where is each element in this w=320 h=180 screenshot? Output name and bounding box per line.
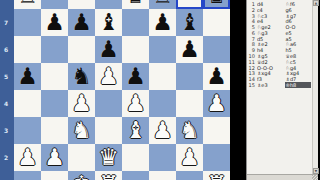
piece-black-pawn: ♟ (41, 9, 68, 36)
square-h8[interactable]: ♚ (203, 0, 230, 9)
piece-white-pawn: ♟ (122, 90, 149, 117)
square-d8[interactable] (95, 0, 122, 9)
piece-black-bishop: ♝ (95, 9, 122, 36)
vertical-scrollbar[interactable]: ▲ ▼ (312, 0, 318, 174)
square-f3[interactable]: ♟ (149, 117, 176, 144)
notation-panel: 1d4♘f62c4g63♘c3♗g74e4d65♘ge2O-O6♘g3e57d5… (246, 0, 318, 180)
square-h2[interactable] (203, 144, 230, 171)
square-c3[interactable]: ♞ (68, 117, 95, 144)
square-g1[interactable] (176, 171, 203, 180)
square-g2[interactable]: ♟ (176, 144, 203, 171)
white-move[interactable]: ♗e3 (257, 82, 286, 88)
piece-black-rook: ♜ (149, 0, 176, 9)
piece-black-pawn: ♟ (203, 63, 230, 90)
piece-black-bishop: ♝ (176, 9, 203, 36)
square-f1[interactable] (149, 171, 176, 180)
piece-white-rook: ♜ (203, 171, 230, 180)
scroll-up-icon[interactable]: ▲ (313, 0, 319, 6)
square-b4[interactable] (41, 90, 68, 117)
piece-white-knight: ♞ (68, 117, 95, 144)
piece-black-pawn: ♟ (122, 63, 149, 90)
piece-black-pawn: ♟ (176, 36, 203, 63)
chess-board: 87654321 ♜♛♜♚♟♟♝♟♝♟♟♟♞♟♟♟♟♟♟♞♝♟♞♟♟♛♟♚♜♜ (0, 0, 232, 180)
square-f8[interactable]: ♜ (149, 0, 176, 9)
move-number: 15 (247, 82, 257, 88)
square-b6[interactable] (41, 36, 68, 63)
square-g3[interactable]: ♞ (176, 117, 203, 144)
square-c6[interactable] (68, 36, 95, 63)
square-g7[interactable]: ♝ (176, 9, 203, 36)
piece-black-pawn: ♟ (95, 36, 122, 63)
square-a5[interactable]: ♟ (14, 63, 41, 90)
square-h4[interactable]: ♟ (203, 90, 230, 117)
piece-white-pawn: ♟ (14, 144, 41, 171)
square-g5[interactable] (176, 63, 203, 90)
square-a2[interactable]: ♟ (14, 144, 41, 171)
square-c2[interactable] (68, 144, 95, 171)
square-e4[interactable]: ♟ (122, 90, 149, 117)
move-row: 15♗e3♔h8 (247, 82, 311, 88)
resize-grip[interactable] (312, 175, 318, 180)
square-e1[interactable] (122, 171, 149, 180)
piece-black-pawn: ♟ (14, 63, 41, 90)
rank-label: 5 (0, 73, 12, 80)
square-a7[interactable] (14, 9, 41, 36)
piece-white-pawn: ♟ (68, 90, 95, 117)
rank-label: 6 (0, 46, 12, 53)
piece-white-pawn: ♟ (95, 63, 122, 90)
piece-white-pawn: ♟ (203, 90, 230, 117)
piece-white-pawn: ♟ (149, 117, 176, 144)
square-f7[interactable]: ♟ (149, 9, 176, 36)
piece-black-knight: ♞ (68, 63, 95, 90)
square-e6[interactable] (122, 36, 149, 63)
square-d7[interactable]: ♝ (95, 9, 122, 36)
move-list: 1d4♘f62c4g63♘c3♗g74e4d65♘ge2O-O6♘g3e57d5… (247, 1, 311, 88)
square-c8[interactable] (68, 0, 95, 9)
square-a4[interactable] (14, 90, 41, 117)
piece-black-queen: ♛ (122, 0, 149, 9)
square-h6[interactable] (203, 36, 230, 63)
piece-white-bishop: ♝ (122, 117, 149, 144)
square-d4[interactable] (95, 90, 122, 117)
square-c1[interactable]: ♚ (68, 171, 95, 180)
square-h5[interactable]: ♟ (203, 63, 230, 90)
panel-bottom-bar (247, 174, 318, 180)
square-b7[interactable]: ♟ (41, 9, 68, 36)
rank-label: 2 (0, 154, 12, 161)
square-c5[interactable]: ♞ (68, 63, 95, 90)
square-h7[interactable] (203, 9, 230, 36)
rank-label: 3 (0, 127, 12, 134)
square-d2[interactable]: ♛ (95, 144, 122, 171)
square-e5[interactable]: ♟ (122, 63, 149, 90)
square-a6[interactable] (14, 36, 41, 63)
square-a8[interactable]: ♜ (14, 0, 41, 9)
piece-black-king: ♚ (203, 0, 230, 9)
square-a1[interactable] (14, 171, 41, 180)
square-a3[interactable] (14, 117, 41, 144)
square-h3[interactable] (203, 117, 230, 144)
piece-white-pawn: ♟ (176, 144, 203, 171)
square-e8[interactable]: ♛ (122, 0, 149, 9)
square-e3[interactable]: ♝ (122, 117, 149, 144)
square-f4[interactable] (149, 90, 176, 117)
piece-black-rook: ♜ (14, 0, 41, 9)
rank-label: 4 (0, 100, 12, 107)
piece-white-rook: ♜ (95, 171, 122, 180)
square-c4[interactable]: ♟ (68, 90, 95, 117)
square-g8[interactable] (176, 0, 203, 9)
square-b1[interactable] (41, 171, 68, 180)
rank-label-strip: 87654321 (0, 0, 14, 180)
piece-black-pawn: ♟ (68, 9, 95, 36)
square-b2[interactable]: ♟ (41, 144, 68, 171)
square-f5[interactable] (149, 63, 176, 90)
square-e2[interactable] (122, 144, 149, 171)
square-c7[interactable]: ♟ (68, 9, 95, 36)
piece-white-king: ♚ (68, 171, 95, 180)
square-d6[interactable]: ♟ (95, 36, 122, 63)
rank-label: 7 (0, 19, 12, 26)
piece-white-pawn: ♟ (41, 144, 68, 171)
square-d1[interactable]: ♜ (95, 171, 122, 180)
square-b5[interactable] (41, 63, 68, 90)
square-b3[interactable] (41, 117, 68, 144)
square-f6[interactable] (149, 36, 176, 63)
piece-black-pawn: ♟ (149, 9, 176, 36)
square-g4[interactable] (176, 90, 203, 117)
square-h1[interactable]: ♜ (203, 171, 230, 180)
black-move[interactable]: ♔h8 (285, 82, 311, 88)
square-g6[interactable]: ♟ (176, 36, 203, 63)
piece-white-queen: ♛ (95, 144, 122, 171)
board-grid: ♜♛♜♚♟♟♝♟♝♟♟♟♞♟♟♟♟♟♟♞♝♟♞♟♟♛♟♚♜♜ (14, 0, 230, 180)
square-d5[interactable]: ♟ (95, 63, 122, 90)
square-f2[interactable] (149, 144, 176, 171)
square-b8[interactable] (41, 0, 68, 9)
square-e7[interactable] (122, 9, 149, 36)
square-d3[interactable] (95, 117, 122, 144)
piece-white-knight: ♞ (176, 117, 203, 144)
